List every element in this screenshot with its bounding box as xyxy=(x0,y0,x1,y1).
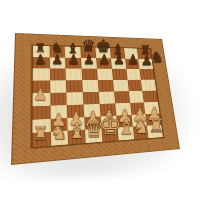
board-square xyxy=(80,47,96,58)
chess-set-photo: ♜♞♝♛♚♝♜♟♟♟♟♟♟♟♟♟♟♟♟♟♟♟♟♜♞♝♛♚♝♞♜♞ xyxy=(0,0,200,200)
board-square xyxy=(66,69,82,81)
board-square xyxy=(32,106,50,120)
board-square xyxy=(50,69,67,81)
board-square xyxy=(110,48,125,59)
board-square xyxy=(32,132,51,147)
board-square xyxy=(68,117,85,131)
board-square xyxy=(137,48,152,58)
board-square xyxy=(96,58,112,69)
board-square xyxy=(138,59,153,70)
board-square xyxy=(82,80,98,92)
board-square xyxy=(101,128,118,142)
board-square xyxy=(33,45,50,57)
board-square xyxy=(65,57,81,68)
board-square xyxy=(85,129,102,143)
board-square xyxy=(67,104,84,117)
board-square xyxy=(65,46,81,57)
board-square xyxy=(67,92,84,105)
board-square xyxy=(111,58,126,69)
board-square xyxy=(81,58,97,69)
board-square xyxy=(128,91,144,103)
board-square xyxy=(33,57,50,69)
board-square xyxy=(113,80,129,92)
board-square xyxy=(116,115,132,128)
board-square xyxy=(125,58,140,69)
board-square xyxy=(127,80,142,91)
board-square xyxy=(114,91,130,103)
board-square xyxy=(32,81,49,94)
board-square xyxy=(147,125,163,138)
board-square xyxy=(143,91,158,103)
board-square xyxy=(32,119,50,134)
board-square xyxy=(144,102,160,114)
board-square xyxy=(131,114,147,127)
board-square xyxy=(132,126,148,140)
board-square xyxy=(84,104,101,117)
board-square xyxy=(82,69,98,80)
board-square xyxy=(49,46,65,57)
board-square xyxy=(50,80,67,92)
board-square xyxy=(66,80,83,92)
board-square xyxy=(50,118,68,132)
board-square xyxy=(98,80,114,92)
board-square xyxy=(112,69,127,80)
board-square xyxy=(83,92,100,105)
board-square xyxy=(101,115,118,128)
board-square xyxy=(100,103,116,116)
board-square xyxy=(99,92,115,104)
board-square xyxy=(49,57,66,69)
board-square xyxy=(32,93,50,106)
board-square xyxy=(126,69,141,80)
board-square xyxy=(97,69,113,80)
board-square xyxy=(140,69,155,80)
board-square xyxy=(115,103,131,116)
board-square xyxy=(84,116,101,130)
board-square xyxy=(68,130,86,145)
board-square xyxy=(124,48,139,59)
chess-board xyxy=(11,33,180,165)
board-square xyxy=(50,93,67,106)
board-square xyxy=(50,131,68,146)
board-square xyxy=(95,47,110,58)
board-squares-grid xyxy=(32,45,163,147)
board-square xyxy=(32,69,49,81)
board-square xyxy=(50,105,68,119)
board-square xyxy=(117,127,134,141)
board-square xyxy=(130,102,146,114)
board-square xyxy=(141,80,156,91)
board-square xyxy=(146,113,162,126)
